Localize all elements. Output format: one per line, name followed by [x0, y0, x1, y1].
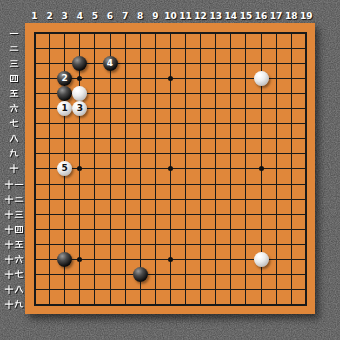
stone-white-move-5: 5	[57, 161, 72, 176]
cjk-numeral-glyph	[14, 254, 24, 265]
grid-line	[34, 214, 308, 215]
cjk-numeral-glyph	[4, 224, 14, 235]
column-label: 1	[27, 11, 43, 22]
column-label: 11	[178, 11, 194, 22]
cjk-numeral-glyph	[9, 103, 19, 114]
cjk-numeral-glyph	[9, 73, 19, 84]
move-number: 5	[62, 164, 68, 173]
cjk-numeral-glyph	[4, 209, 14, 220]
star-point	[77, 76, 82, 81]
cjk-numeral-glyph	[14, 239, 24, 250]
stone-white	[72, 86, 87, 101]
grid-line	[305, 32, 307, 306]
cjk-numeral-glyph	[4, 299, 14, 310]
cjk-numeral-glyph	[9, 148, 19, 159]
stone-black-move-2: 2	[57, 71, 72, 86]
cjk-numeral-glyph	[14, 224, 24, 235]
cjk-numeral-glyph	[9, 118, 19, 129]
grid-line	[200, 32, 201, 306]
grid-line	[34, 199, 308, 200]
row-label	[1, 193, 27, 205]
stone-black	[57, 252, 72, 267]
cjk-numeral-glyph	[14, 284, 24, 295]
grid-line	[34, 184, 308, 185]
column-label: 4	[72, 11, 88, 22]
column-label: 17	[268, 11, 284, 22]
cjk-numeral-glyph	[9, 133, 19, 144]
row-label	[1, 27, 27, 39]
row-label	[1, 208, 27, 220]
stone-white-move-1: 1	[57, 101, 72, 116]
move-number: 1	[62, 104, 68, 113]
row-label	[1, 103, 27, 115]
stone-white-move-3: 3	[72, 101, 87, 116]
column-label: 8	[132, 11, 148, 22]
star-point	[259, 166, 264, 171]
column-label: 3	[57, 11, 73, 22]
column-label: 9	[147, 11, 163, 22]
stone-white	[254, 252, 269, 267]
row-label	[1, 148, 27, 160]
stone-white	[254, 71, 269, 86]
stone-black	[57, 86, 72, 101]
column-label: 15	[238, 11, 254, 22]
column-label: 10	[162, 11, 178, 22]
cjk-numeral-glyph	[14, 194, 24, 205]
row-label	[1, 118, 27, 130]
row-label	[1, 133, 27, 145]
grid-line	[230, 32, 231, 306]
grid-line	[291, 32, 292, 306]
row-label	[1, 57, 27, 69]
column-label: 2	[42, 11, 58, 22]
row-label	[1, 223, 27, 235]
cjk-numeral-glyph	[14, 209, 24, 220]
cjk-numeral-glyph	[9, 28, 19, 39]
cjk-numeral-glyph	[9, 58, 19, 69]
grid-line	[245, 32, 246, 306]
star-point	[77, 166, 82, 171]
row-label	[1, 163, 27, 175]
column-label: 13	[208, 11, 224, 22]
stone-black	[72, 56, 87, 71]
grid-line	[34, 229, 308, 230]
star-point	[168, 76, 173, 81]
grid-line	[276, 32, 277, 306]
go-diagram: 12345678910111213141516171819 42135	[0, 0, 340, 340]
cjk-numeral-glyph	[14, 269, 24, 280]
cjk-numeral-glyph	[14, 179, 24, 190]
cjk-numeral-glyph	[4, 194, 14, 205]
cjk-numeral-glyph	[4, 254, 14, 265]
column-label: 16	[253, 11, 269, 22]
row-label	[1, 72, 27, 84]
move-number: 2	[62, 74, 68, 83]
row-label	[1, 178, 27, 190]
grid-line	[215, 32, 216, 306]
row-label	[1, 299, 27, 311]
cjk-numeral-glyph	[4, 284, 14, 295]
column-label: 6	[102, 11, 118, 22]
grid-line	[185, 32, 186, 306]
star-point	[77, 257, 82, 262]
goban[interactable]: 42135	[25, 23, 315, 314]
row-label	[1, 269, 27, 281]
column-label: 12	[193, 11, 209, 22]
row-label	[1, 87, 27, 99]
row-label	[1, 254, 27, 266]
column-label: 19	[298, 11, 314, 22]
move-number: 3	[77, 104, 83, 113]
grid-line	[34, 304, 308, 306]
cjk-numeral-glyph	[9, 163, 19, 174]
move-number: 4	[107, 59, 113, 68]
cjk-numeral-glyph	[14, 299, 24, 310]
stone-black-move-4: 4	[103, 56, 118, 71]
column-label: 18	[283, 11, 299, 22]
grid-line	[34, 289, 308, 290]
cjk-numeral-glyph	[4, 179, 14, 190]
star-point	[168, 166, 173, 171]
row-label	[1, 284, 27, 296]
stone-black	[133, 267, 148, 282]
cjk-numeral-glyph	[9, 43, 19, 54]
grid-line	[34, 274, 308, 275]
cjk-numeral-glyph	[4, 269, 14, 280]
row-label	[1, 238, 27, 250]
grid-line	[34, 244, 308, 245]
column-label: 5	[87, 11, 103, 22]
cjk-numeral-glyph	[4, 239, 14, 250]
column-label: 7	[117, 11, 133, 22]
cjk-numeral-glyph	[9, 88, 19, 99]
row-label	[1, 42, 27, 54]
column-label: 14	[223, 11, 239, 22]
star-point	[168, 257, 173, 262]
